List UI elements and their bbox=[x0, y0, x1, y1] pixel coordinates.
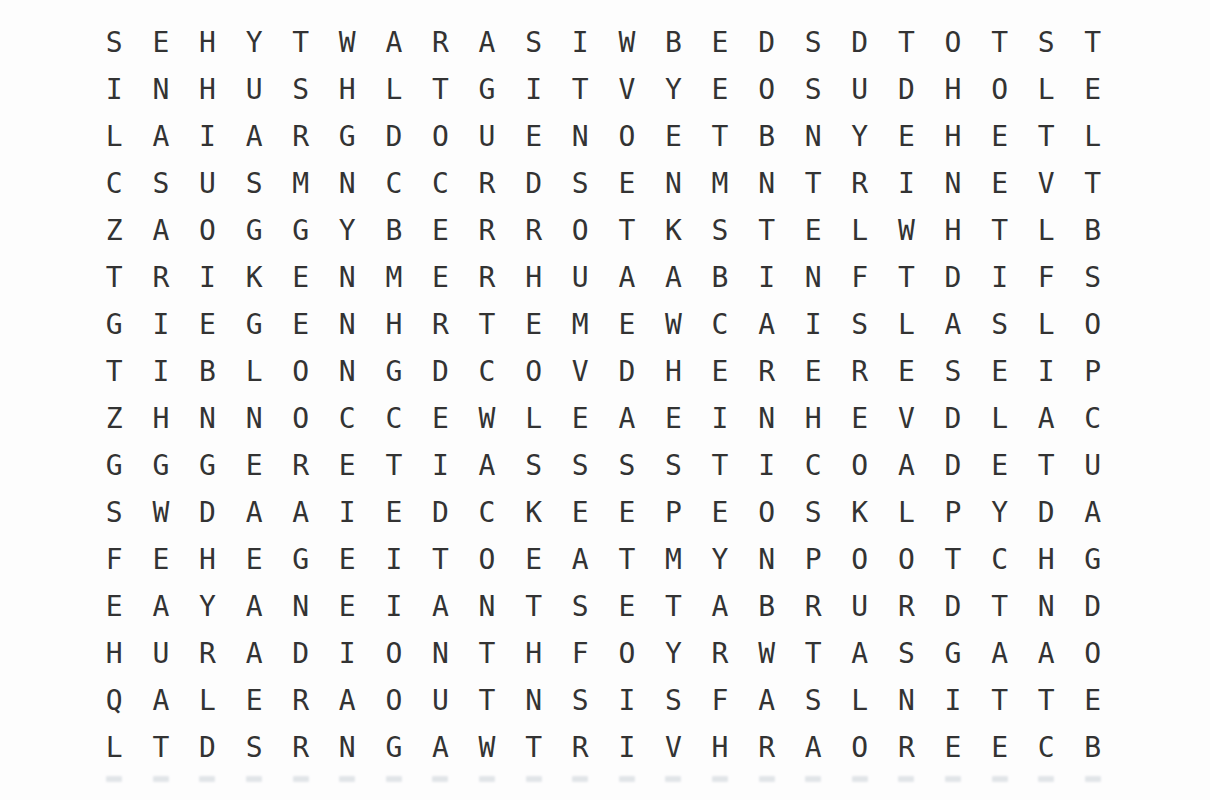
cell-r10c16[interactable]: C bbox=[790, 442, 837, 489]
cell-r12c2[interactable]: E bbox=[138, 536, 185, 583]
cell-r13c3[interactable]: Y bbox=[184, 583, 231, 630]
cell-r8c14[interactable]: E bbox=[697, 348, 744, 395]
cell-r9c21[interactable]: A bbox=[1023, 395, 1070, 442]
cell-r14c22[interactable]: O bbox=[1069, 630, 1116, 677]
cell-r10c10[interactable]: S bbox=[510, 442, 557, 489]
cell-r8c10[interactable]: O bbox=[510, 348, 557, 395]
cell-r15c6[interactable]: A bbox=[324, 677, 371, 724]
cell-r11c8[interactable]: D bbox=[417, 489, 464, 536]
cell-r12c17[interactable]: O bbox=[837, 536, 884, 583]
cell-r2c3[interactable]: H bbox=[184, 66, 231, 113]
cell-r2c7[interactable]: L bbox=[371, 66, 418, 113]
cell-r11c21[interactable]: D bbox=[1023, 489, 1070, 536]
cell-r5c12[interactable]: T bbox=[604, 207, 651, 254]
cell-r7c7[interactable]: H bbox=[371, 301, 418, 348]
cell-r9c22[interactable]: C bbox=[1069, 395, 1116, 442]
cell-r11c16[interactable]: S bbox=[790, 489, 837, 536]
cell-r6c18[interactable]: T bbox=[883, 254, 930, 301]
cell-r16c15[interactable]: R bbox=[743, 724, 790, 771]
cell-r3c19[interactable]: H bbox=[930, 113, 977, 160]
cell-r10c4[interactable]: E bbox=[231, 442, 278, 489]
cell-r1c10[interactable]: S bbox=[510, 19, 557, 66]
cell-r16c18[interactable]: R bbox=[883, 724, 930, 771]
cell-r4c9[interactable]: R bbox=[464, 160, 511, 207]
cell-r15c20[interactable]: T bbox=[976, 677, 1023, 724]
cell-r4c5[interactable]: M bbox=[277, 160, 324, 207]
cell-r10c11[interactable]: S bbox=[557, 442, 604, 489]
cell-r10c6[interactable]: E bbox=[324, 442, 371, 489]
cell-r9c12[interactable]: A bbox=[604, 395, 651, 442]
cell-r13c22[interactable]: D bbox=[1069, 583, 1116, 630]
cell-r4c4[interactable]: S bbox=[231, 160, 278, 207]
cell-r3c20[interactable]: E bbox=[976, 113, 1023, 160]
cell-r4c8[interactable]: C bbox=[417, 160, 464, 207]
cell-r7c21[interactable]: L bbox=[1023, 301, 1070, 348]
cell-r2c17[interactable]: U bbox=[837, 66, 884, 113]
cell-r4c13[interactable]: N bbox=[650, 160, 697, 207]
cell-r12c13[interactable]: M bbox=[650, 536, 697, 583]
cell-r7c15[interactable]: A bbox=[743, 301, 790, 348]
cell-r5c3[interactable]: O bbox=[184, 207, 231, 254]
cell-r1c17[interactable]: D bbox=[837, 19, 884, 66]
cell-r12c22[interactable]: G bbox=[1069, 536, 1116, 583]
cell-r1c9[interactable]: A bbox=[464, 19, 511, 66]
cell-r10c19[interactable]: D bbox=[930, 442, 977, 489]
cell-r14c18[interactable]: S bbox=[883, 630, 930, 677]
cell-r7c4[interactable]: G bbox=[231, 301, 278, 348]
cell-r13c2[interactable]: A bbox=[138, 583, 185, 630]
cell-r6c5[interactable]: E bbox=[277, 254, 324, 301]
cell-r9c16[interactable]: H bbox=[790, 395, 837, 442]
cell-r14c7[interactable]: O bbox=[371, 630, 418, 677]
cell-r6c9[interactable]: R bbox=[464, 254, 511, 301]
cell-r11c22[interactable]: A bbox=[1069, 489, 1116, 536]
cell-r3c17[interactable]: Y bbox=[837, 113, 884, 160]
cell-r11c7[interactable]: E bbox=[371, 489, 418, 536]
cell-r7c9[interactable]: T bbox=[464, 301, 511, 348]
cell-r16c12[interactable]: I bbox=[604, 724, 651, 771]
cell-r15c4[interactable]: E bbox=[231, 677, 278, 724]
cell-r10c12[interactable]: S bbox=[604, 442, 651, 489]
cell-r2c12[interactable]: V bbox=[604, 66, 651, 113]
cell-r15c17[interactable]: L bbox=[837, 677, 884, 724]
cell-r14c9[interactable]: T bbox=[464, 630, 511, 677]
cell-r13c16[interactable]: R bbox=[790, 583, 837, 630]
cell-r4c14[interactable]: M bbox=[697, 160, 744, 207]
cell-r15c22[interactable]: E bbox=[1069, 677, 1116, 724]
cell-r16c22[interactable]: B bbox=[1069, 724, 1116, 771]
cell-r7c2[interactable]: I bbox=[138, 301, 185, 348]
cell-r14c15[interactable]: W bbox=[743, 630, 790, 677]
cell-r7c11[interactable]: M bbox=[557, 301, 604, 348]
cell-r3c3[interactable]: I bbox=[184, 113, 231, 160]
cell-r9c10[interactable]: L bbox=[510, 395, 557, 442]
cell-r2c22[interactable]: E bbox=[1069, 66, 1116, 113]
cell-r10c1[interactable]: G bbox=[91, 442, 138, 489]
cell-r2c6[interactable]: H bbox=[324, 66, 371, 113]
cell-r13c4[interactable]: A bbox=[231, 583, 278, 630]
cell-r10c8[interactable]: I bbox=[417, 442, 464, 489]
cell-r4c17[interactable]: R bbox=[837, 160, 884, 207]
cell-r1c20[interactable]: T bbox=[976, 19, 1023, 66]
cell-r12c3[interactable]: H bbox=[184, 536, 231, 583]
cell-r7c14[interactable]: C bbox=[697, 301, 744, 348]
cell-r5c19[interactable]: H bbox=[930, 207, 977, 254]
cell-r10c9[interactable]: A bbox=[464, 442, 511, 489]
cell-r13c13[interactable]: T bbox=[650, 583, 697, 630]
cell-r15c2[interactable]: A bbox=[138, 677, 185, 724]
cell-r16c11[interactable]: R bbox=[557, 724, 604, 771]
cell-r4c21[interactable]: V bbox=[1023, 160, 1070, 207]
cell-r3c5[interactable]: R bbox=[277, 113, 324, 160]
cell-r14c13[interactable]: Y bbox=[650, 630, 697, 677]
cell-r16c16[interactable]: A bbox=[790, 724, 837, 771]
cell-r3c6[interactable]: G bbox=[324, 113, 371, 160]
cell-r11c13[interactable]: P bbox=[650, 489, 697, 536]
cell-r8c18[interactable]: E bbox=[883, 348, 930, 395]
cell-r12c10[interactable]: E bbox=[510, 536, 557, 583]
cell-r10c18[interactable]: A bbox=[883, 442, 930, 489]
cell-r8c4[interactable]: L bbox=[231, 348, 278, 395]
cell-r14c2[interactable]: U bbox=[138, 630, 185, 677]
cell-r16c13[interactable]: V bbox=[650, 724, 697, 771]
cell-r16c2[interactable]: T bbox=[138, 724, 185, 771]
cell-r15c14[interactable]: F bbox=[697, 677, 744, 724]
cell-r5c4[interactable]: G bbox=[231, 207, 278, 254]
cell-r6c4[interactable]: K bbox=[231, 254, 278, 301]
cell-r6c10[interactable]: H bbox=[510, 254, 557, 301]
cell-r2c9[interactable]: G bbox=[464, 66, 511, 113]
cell-r4c11[interactable]: S bbox=[557, 160, 604, 207]
cell-r1c3[interactable]: H bbox=[184, 19, 231, 66]
cell-r12c20[interactable]: C bbox=[976, 536, 1023, 583]
cell-r5c17[interactable]: L bbox=[837, 207, 884, 254]
cell-r11c10[interactable]: K bbox=[510, 489, 557, 536]
cell-r14c19[interactable]: G bbox=[930, 630, 977, 677]
cell-r6c2[interactable]: R bbox=[138, 254, 185, 301]
cell-r8c12[interactable]: D bbox=[604, 348, 651, 395]
cell-r5c22[interactable]: B bbox=[1069, 207, 1116, 254]
cell-r6c16[interactable]: N bbox=[790, 254, 837, 301]
cell-r6c11[interactable]: U bbox=[557, 254, 604, 301]
cell-r15c9[interactable]: T bbox=[464, 677, 511, 724]
cell-r15c7[interactable]: O bbox=[371, 677, 418, 724]
cell-r3c7[interactable]: D bbox=[371, 113, 418, 160]
cell-r3c18[interactable]: E bbox=[883, 113, 930, 160]
cell-r10c14[interactable]: T bbox=[697, 442, 744, 489]
cell-r10c5[interactable]: R bbox=[277, 442, 324, 489]
cell-r16c3[interactable]: D bbox=[184, 724, 231, 771]
cell-r5c14[interactable]: S bbox=[697, 207, 744, 254]
cell-r11c19[interactable]: P bbox=[930, 489, 977, 536]
cell-r14c11[interactable]: F bbox=[557, 630, 604, 677]
cell-r15c5[interactable]: R bbox=[277, 677, 324, 724]
cell-r14c3[interactable]: R bbox=[184, 630, 231, 677]
cell-r4c22[interactable]: T bbox=[1069, 160, 1116, 207]
cell-r4c10[interactable]: D bbox=[510, 160, 557, 207]
cell-r7c8[interactable]: R bbox=[417, 301, 464, 348]
cell-r7c16[interactable]: I bbox=[790, 301, 837, 348]
cell-r7c6[interactable]: N bbox=[324, 301, 371, 348]
cell-r2c20[interactable]: O bbox=[976, 66, 1023, 113]
cell-r14c4[interactable]: A bbox=[231, 630, 278, 677]
cell-r1c18[interactable]: T bbox=[883, 19, 930, 66]
cell-r8c17[interactable]: R bbox=[837, 348, 884, 395]
cell-r15c21[interactable]: T bbox=[1023, 677, 1070, 724]
cell-r14c20[interactable]: A bbox=[976, 630, 1023, 677]
cell-r7c10[interactable]: E bbox=[510, 301, 557, 348]
cell-r13c7[interactable]: I bbox=[371, 583, 418, 630]
cell-r4c15[interactable]: N bbox=[743, 160, 790, 207]
cell-r1c2[interactable]: E bbox=[138, 19, 185, 66]
cell-r6c15[interactable]: I bbox=[743, 254, 790, 301]
cell-r10c17[interactable]: O bbox=[837, 442, 884, 489]
cell-r8c11[interactable]: V bbox=[557, 348, 604, 395]
cell-r11c11[interactable]: E bbox=[557, 489, 604, 536]
cell-r9c19[interactable]: D bbox=[930, 395, 977, 442]
cell-r7c22[interactable]: O bbox=[1069, 301, 1116, 348]
cell-r3c21[interactable]: T bbox=[1023, 113, 1070, 160]
cell-r3c8[interactable]: O bbox=[417, 113, 464, 160]
cell-r5c16[interactable]: E bbox=[790, 207, 837, 254]
cell-r12c6[interactable]: E bbox=[324, 536, 371, 583]
cell-r16c20[interactable]: E bbox=[976, 724, 1023, 771]
cell-r9c7[interactable]: C bbox=[371, 395, 418, 442]
cell-r16c8[interactable]: A bbox=[417, 724, 464, 771]
cell-r5c15[interactable]: T bbox=[743, 207, 790, 254]
cell-r6c6[interactable]: N bbox=[324, 254, 371, 301]
cell-r7c12[interactable]: E bbox=[604, 301, 651, 348]
cell-r13c5[interactable]: N bbox=[277, 583, 324, 630]
cell-r2c21[interactable]: L bbox=[1023, 66, 1070, 113]
cell-r9c8[interactable]: E bbox=[417, 395, 464, 442]
cell-r12c16[interactable]: P bbox=[790, 536, 837, 583]
cell-r4c19[interactable]: N bbox=[930, 160, 977, 207]
cell-r14c14[interactable]: R bbox=[697, 630, 744, 677]
cell-r13c21[interactable]: N bbox=[1023, 583, 1070, 630]
cell-r16c6[interactable]: N bbox=[324, 724, 371, 771]
cell-r9c13[interactable]: E bbox=[650, 395, 697, 442]
cell-r12c19[interactable]: T bbox=[930, 536, 977, 583]
cell-r1c11[interactable]: I bbox=[557, 19, 604, 66]
cell-r7c5[interactable]: E bbox=[277, 301, 324, 348]
cell-r14c17[interactable]: A bbox=[837, 630, 884, 677]
cell-r1c16[interactable]: S bbox=[790, 19, 837, 66]
cell-r2c10[interactable]: I bbox=[510, 66, 557, 113]
cell-r15c13[interactable]: S bbox=[650, 677, 697, 724]
cell-r4c2[interactable]: S bbox=[138, 160, 185, 207]
cell-r5c6[interactable]: Y bbox=[324, 207, 371, 254]
cell-r16c17[interactable]: O bbox=[837, 724, 884, 771]
cell-r11c12[interactable]: E bbox=[604, 489, 651, 536]
cell-r8c8[interactable]: D bbox=[417, 348, 464, 395]
cell-r12c12[interactable]: T bbox=[604, 536, 651, 583]
cell-r2c4[interactable]: U bbox=[231, 66, 278, 113]
cell-r8c19[interactable]: S bbox=[930, 348, 977, 395]
cell-r5c5[interactable]: G bbox=[277, 207, 324, 254]
cell-r13c14[interactable]: A bbox=[697, 583, 744, 630]
cell-r9c6[interactable]: C bbox=[324, 395, 371, 442]
cell-r10c20[interactable]: E bbox=[976, 442, 1023, 489]
cell-r1c14[interactable]: E bbox=[697, 19, 744, 66]
cell-r15c19[interactable]: I bbox=[930, 677, 977, 724]
cell-r6c20[interactable]: I bbox=[976, 254, 1023, 301]
cell-r8c16[interactable]: E bbox=[790, 348, 837, 395]
cell-r12c1[interactable]: F bbox=[91, 536, 138, 583]
cell-r6c21[interactable]: F bbox=[1023, 254, 1070, 301]
cell-r2c13[interactable]: Y bbox=[650, 66, 697, 113]
cell-r10c15[interactable]: I bbox=[743, 442, 790, 489]
cell-r11c6[interactable]: I bbox=[324, 489, 371, 536]
cell-r12c18[interactable]: O bbox=[883, 536, 930, 583]
cell-r4c1[interactable]: C bbox=[91, 160, 138, 207]
cell-r12c15[interactable]: N bbox=[743, 536, 790, 583]
cell-r11c14[interactable]: E bbox=[697, 489, 744, 536]
cell-r11c17[interactable]: K bbox=[837, 489, 884, 536]
cell-r2c11[interactable]: T bbox=[557, 66, 604, 113]
cell-r3c15[interactable]: B bbox=[743, 113, 790, 160]
cell-r2c16[interactable]: S bbox=[790, 66, 837, 113]
cell-r1c19[interactable]: O bbox=[930, 19, 977, 66]
cell-r7c3[interactable]: E bbox=[184, 301, 231, 348]
cell-r7c18[interactable]: L bbox=[883, 301, 930, 348]
cell-r5c1[interactable]: Z bbox=[91, 207, 138, 254]
cell-r12c8[interactable]: T bbox=[417, 536, 464, 583]
cell-r10c2[interactable]: G bbox=[138, 442, 185, 489]
cell-r5c8[interactable]: E bbox=[417, 207, 464, 254]
cell-r9c20[interactable]: L bbox=[976, 395, 1023, 442]
cell-r12c5[interactable]: G bbox=[277, 536, 324, 583]
cell-r3c13[interactable]: E bbox=[650, 113, 697, 160]
cell-r2c1[interactable]: I bbox=[91, 66, 138, 113]
cell-r14c12[interactable]: O bbox=[604, 630, 651, 677]
cell-r6c17[interactable]: F bbox=[837, 254, 884, 301]
cell-r12c11[interactable]: A bbox=[557, 536, 604, 583]
cell-r11c3[interactable]: D bbox=[184, 489, 231, 536]
cell-r9c4[interactable]: N bbox=[231, 395, 278, 442]
cell-r9c18[interactable]: V bbox=[883, 395, 930, 442]
cell-r11c20[interactable]: Y bbox=[976, 489, 1023, 536]
cell-r15c12[interactable]: I bbox=[604, 677, 651, 724]
cell-r11c9[interactable]: C bbox=[464, 489, 511, 536]
cell-r14c21[interactable]: A bbox=[1023, 630, 1070, 677]
cell-r4c16[interactable]: T bbox=[790, 160, 837, 207]
cell-r8c7[interactable]: G bbox=[371, 348, 418, 395]
cell-r1c8[interactable]: R bbox=[417, 19, 464, 66]
cell-r12c14[interactable]: Y bbox=[697, 536, 744, 583]
cell-r2c8[interactable]: T bbox=[417, 66, 464, 113]
cell-r6c3[interactable]: I bbox=[184, 254, 231, 301]
cell-r9c17[interactable]: E bbox=[837, 395, 884, 442]
cell-r12c21[interactable]: H bbox=[1023, 536, 1070, 583]
cell-r5c10[interactable]: R bbox=[510, 207, 557, 254]
cell-r3c10[interactable]: E bbox=[510, 113, 557, 160]
cell-r2c18[interactable]: D bbox=[883, 66, 930, 113]
cell-r10c3[interactable]: G bbox=[184, 442, 231, 489]
cell-r13c11[interactable]: S bbox=[557, 583, 604, 630]
cell-r1c12[interactable]: W bbox=[604, 19, 651, 66]
cell-r15c16[interactable]: S bbox=[790, 677, 837, 724]
cell-r2c2[interactable]: N bbox=[138, 66, 185, 113]
cell-r16c4[interactable]: S bbox=[231, 724, 278, 771]
cell-r3c4[interactable]: A bbox=[231, 113, 278, 160]
cell-r15c3[interactable]: L bbox=[184, 677, 231, 724]
cell-r1c13[interactable]: B bbox=[650, 19, 697, 66]
cell-r11c5[interactable]: A bbox=[277, 489, 324, 536]
cell-r4c7[interactable]: C bbox=[371, 160, 418, 207]
cell-r3c9[interactable]: U bbox=[464, 113, 511, 160]
cell-r5c11[interactable]: O bbox=[557, 207, 604, 254]
cell-r8c2[interactable]: I bbox=[138, 348, 185, 395]
cell-r14c5[interactable]: D bbox=[277, 630, 324, 677]
cell-r12c4[interactable]: E bbox=[231, 536, 278, 583]
cell-r13c12[interactable]: E bbox=[604, 583, 651, 630]
cell-r8c21[interactable]: I bbox=[1023, 348, 1070, 395]
cell-r6c12[interactable]: A bbox=[604, 254, 651, 301]
cell-r3c1[interactable]: L bbox=[91, 113, 138, 160]
cell-r15c18[interactable]: N bbox=[883, 677, 930, 724]
cell-r6c1[interactable]: T bbox=[91, 254, 138, 301]
cell-r13c6[interactable]: E bbox=[324, 583, 371, 630]
cell-r14c1[interactable]: H bbox=[91, 630, 138, 677]
cell-r3c14[interactable]: T bbox=[697, 113, 744, 160]
cell-r13c10[interactable]: T bbox=[510, 583, 557, 630]
cell-r4c3[interactable]: U bbox=[184, 160, 231, 207]
cell-r1c15[interactable]: D bbox=[743, 19, 790, 66]
cell-r2c14[interactable]: E bbox=[697, 66, 744, 113]
cell-r5c18[interactable]: W bbox=[883, 207, 930, 254]
cell-r8c15[interactable]: R bbox=[743, 348, 790, 395]
cell-r3c16[interactable]: N bbox=[790, 113, 837, 160]
cell-r16c10[interactable]: T bbox=[510, 724, 557, 771]
cell-r15c15[interactable]: A bbox=[743, 677, 790, 724]
cell-r2c19[interactable]: H bbox=[930, 66, 977, 113]
cell-r5c21[interactable]: L bbox=[1023, 207, 1070, 254]
cell-r13c20[interactable]: T bbox=[976, 583, 1023, 630]
cell-r16c5[interactable]: R bbox=[277, 724, 324, 771]
cell-r9c9[interactable]: W bbox=[464, 395, 511, 442]
cell-r13c15[interactable]: B bbox=[743, 583, 790, 630]
cell-r9c3[interactable]: N bbox=[184, 395, 231, 442]
cell-r4c6[interactable]: N bbox=[324, 160, 371, 207]
cell-r14c6[interactable]: I bbox=[324, 630, 371, 677]
cell-r11c15[interactable]: O bbox=[743, 489, 790, 536]
cell-r5c9[interactable]: R bbox=[464, 207, 511, 254]
cell-r11c2[interactable]: W bbox=[138, 489, 185, 536]
cell-r6c7[interactable]: M bbox=[371, 254, 418, 301]
cell-r7c19[interactable]: A bbox=[930, 301, 977, 348]
cell-r9c14[interactable]: I bbox=[697, 395, 744, 442]
cell-r12c7[interactable]: I bbox=[371, 536, 418, 583]
cell-r13c8[interactable]: A bbox=[417, 583, 464, 630]
cell-r3c12[interactable]: O bbox=[604, 113, 651, 160]
cell-r1c22[interactable]: T bbox=[1069, 19, 1116, 66]
cell-r13c18[interactable]: R bbox=[883, 583, 930, 630]
cell-r5c2[interactable]: A bbox=[138, 207, 185, 254]
cell-r2c15[interactable]: O bbox=[743, 66, 790, 113]
cell-r8c3[interactable]: B bbox=[184, 348, 231, 395]
cell-r10c13[interactable]: S bbox=[650, 442, 697, 489]
cell-r10c22[interactable]: U bbox=[1069, 442, 1116, 489]
cell-r6c8[interactable]: E bbox=[417, 254, 464, 301]
cell-r9c11[interactable]: E bbox=[557, 395, 604, 442]
cell-r11c1[interactable]: S bbox=[91, 489, 138, 536]
cell-r1c5[interactable]: T bbox=[277, 19, 324, 66]
cell-r10c21[interactable]: T bbox=[1023, 442, 1070, 489]
cell-r7c17[interactable]: S bbox=[837, 301, 884, 348]
cell-r13c19[interactable]: D bbox=[930, 583, 977, 630]
cell-r5c7[interactable]: B bbox=[371, 207, 418, 254]
